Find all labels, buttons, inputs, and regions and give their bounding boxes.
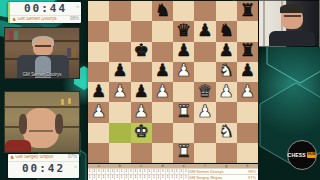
- square-b6[interactable]: [109, 42, 130, 62]
- strip-player-name: GM Sergey Shipov: [189, 175, 236, 180]
- square-g4[interactable]: ♟: [216, 82, 237, 102]
- white-pawn-g4[interactable]: ♟: [219, 83, 234, 100]
- square-h4[interactable]: ♟: [237, 82, 258, 102]
- square-b1[interactable]: [109, 143, 130, 163]
- square-f5[interactable]: [194, 62, 215, 82]
- square-h3[interactable]: [237, 102, 258, 122]
- square-b4[interactable]: ♟: [109, 82, 130, 102]
- white-pawn-a3[interactable]: ♟: [91, 103, 106, 120]
- square-g6[interactable]: ♟: [216, 42, 237, 62]
- glasses: [35, 45, 51, 47]
- square-a1[interactable]: [88, 143, 109, 163]
- square-c3[interactable]: ♟: [131, 102, 152, 122]
- square-b2[interactable]: [109, 123, 130, 143]
- knight-icon: ♞: [12, 17, 16, 22]
- file-label-c: c: [131, 164, 152, 168]
- clock-black-time: 00:44: [24, 2, 67, 15]
- square-b5[interactable]: ♟: [109, 62, 130, 82]
- square-d6[interactable]: [152, 42, 173, 62]
- trophy: [61, 99, 64, 105]
- white-rook-e1[interactable]: ♜: [176, 143, 191, 160]
- black-pawn-a4[interactable]: ♟: [91, 83, 106, 100]
- file-label-d: d: [152, 164, 173, 168]
- white-pawn-f3[interactable]: ♟: [197, 103, 212, 120]
- white-pawn-e5[interactable]: ♟: [176, 62, 191, 79]
- white-pawn-b4[interactable]: ♟: [112, 83, 127, 100]
- file-label-f: f: [194, 164, 215, 168]
- knight-icon: ♞: [10, 155, 14, 160]
- square-g1[interactable]: [216, 143, 237, 163]
- webcam-caption: GM Semen Dvoirys: [5, 72, 79, 77]
- square-f3[interactable]: ♟: [194, 102, 215, 122]
- square-g5[interactable]: ♞: [216, 62, 237, 82]
- stream-frame: 00:44 » ♞ GM Semen Dvoirys 98% GM Semen …: [0, 0, 320, 180]
- square-c4[interactable]: ♟: [131, 82, 152, 102]
- white-knight-g2[interactable]: ♞: [219, 123, 234, 140]
- black-pawn-h5[interactable]: ♟: [240, 62, 255, 79]
- black-king-c6[interactable]: ♚: [134, 42, 149, 59]
- channel-logo: CHESS HUB: [287, 140, 317, 170]
- clock-white-time: 00:42: [22, 162, 65, 175]
- white-pawn-c3[interactable]: ♟: [134, 103, 149, 120]
- square-f1[interactable]: [194, 143, 215, 163]
- square-d1[interactable]: [152, 143, 173, 163]
- file-label-b: b: [109, 164, 130, 168]
- chess-board[interactable]: ♞♜♛♟♞♚♟♟♜♟♟♟♞♟♟♟♟♟♛♟♟♟♟♜♟♚♞♜: [88, 1, 258, 163]
- webcam-commentator: [258, 0, 320, 47]
- strip-player-value: 97%: [236, 175, 258, 180]
- square-d8[interactable]: ♞: [152, 1, 173, 21]
- strip-player-name: GM Semen Dvoirys: [189, 169, 236, 174]
- square-h7[interactable]: [237, 21, 258, 41]
- square-c8[interactable]: [131, 1, 152, 21]
- sound-icon[interactable]: »: [76, 4, 79, 9]
- square-g3[interactable]: [216, 102, 237, 122]
- white-knight-g5[interactable]: ♞: [219, 62, 234, 79]
- torso: [269, 31, 315, 47]
- book: [72, 48, 76, 57]
- hair: [19, 114, 27, 134]
- square-b8[interactable]: [109, 1, 130, 21]
- square-f7[interactable]: ♟: [194, 21, 215, 41]
- square-e4[interactable]: [173, 82, 194, 102]
- square-d3[interactable]: [152, 102, 173, 122]
- square-f2[interactable]: [194, 123, 215, 143]
- square-a3[interactable]: ♟: [88, 102, 109, 122]
- square-g7[interactable]: ♞: [216, 21, 237, 41]
- webcam-black-player: GM Semen Dvoirys: [4, 27, 80, 79]
- sound-icon[interactable]: »: [74, 164, 77, 169]
- square-f8[interactable]: [194, 1, 215, 21]
- book: [9, 31, 13, 40]
- black-knight-g7[interactable]: ♞: [219, 22, 234, 39]
- logo-text: CHESS: [288, 152, 306, 158]
- window-frame: [263, 1, 265, 47]
- move-ticks: 1111111111111111111111: [88, 169, 189, 174]
- file-label-a: a: [88, 164, 109, 168]
- clock-black: 00:44 » ♞ GM Semen Dvoirys 98%: [8, 2, 81, 23]
- hair: [280, 4, 304, 13]
- webcam-white-player: [4, 91, 80, 153]
- black-queen-e7[interactable]: ♛: [176, 22, 191, 39]
- square-f6[interactable]: [194, 42, 215, 62]
- white-pawn-h4[interactable]: ♟: [240, 83, 255, 100]
- black-pawn-c4[interactable]: ♟: [134, 83, 149, 100]
- strip-row-white: 1111111111111111111111 GM Sergey Shipov …: [88, 174, 258, 180]
- book: [67, 48, 71, 57]
- square-c1[interactable]: [131, 143, 152, 163]
- square-e2[interactable]: [173, 123, 194, 143]
- black-pawn-e6[interactable]: ♟: [176, 42, 191, 59]
- square-a4[interactable]: ♟: [88, 82, 109, 102]
- square-f4[interactable]: ♛: [194, 82, 215, 102]
- black-pawn-b5[interactable]: ♟: [112, 62, 127, 79]
- black-pawn-d5[interactable]: ♟: [155, 62, 170, 79]
- white-queen-f4[interactable]: ♛: [197, 83, 212, 100]
- square-a6[interactable]: [88, 42, 109, 62]
- square-h6[interactable]: ♜: [237, 42, 258, 62]
- clock-white-meta: 97%: [68, 155, 77, 160]
- clock-black-player: GM Semen Dvoirys: [17, 17, 68, 22]
- clock-black-meta: 98%: [70, 17, 79, 22]
- square-h1[interactable]: [237, 143, 258, 163]
- square-h8[interactable]: ♜: [237, 1, 258, 21]
- square-b7[interactable]: [109, 21, 130, 41]
- square-c2[interactable]: ♚: [131, 123, 152, 143]
- strip-player-value: 98%: [236, 169, 258, 174]
- square-a7[interactable]: [88, 21, 109, 41]
- file-label-h: h: [237, 164, 258, 168]
- white-pawn-d4[interactable]: ♟: [155, 83, 170, 100]
- square-d7[interactable]: [152, 21, 173, 41]
- square-g2[interactable]: ♞: [216, 123, 237, 143]
- square-e7[interactable]: ♛: [173, 21, 194, 41]
- glasses: [284, 15, 301, 17]
- square-h5[interactable]: ♟: [237, 62, 258, 82]
- square-g8[interactable]: [216, 1, 237, 21]
- square-e3[interactable]: ♜: [173, 102, 194, 122]
- white-king-c2[interactable]: ♚: [134, 123, 149, 140]
- red-jacket: [5, 140, 31, 153]
- file-labels: abcdefgh: [88, 164, 258, 168]
- clock-white: ♞ GM Sergey Shipov 97% 00:42 »: [8, 154, 79, 178]
- square-e5[interactable]: ♟: [173, 62, 194, 82]
- square-a8[interactable]: [88, 1, 109, 21]
- clock-white-player: GM Sergey Shipov: [15, 155, 66, 160]
- square-h2[interactable]: [237, 123, 258, 143]
- logo-badge: HUB: [307, 152, 317, 158]
- file-label-g: g: [216, 164, 237, 168]
- hair: [55, 114, 63, 134]
- square-d4[interactable]: ♟: [152, 82, 173, 102]
- square-c6[interactable]: ♚: [131, 42, 152, 62]
- black-pawn-f7[interactable]: ♟: [197, 22, 212, 39]
- square-e6[interactable]: ♟: [173, 42, 194, 62]
- move-ticks: 1111111111111111111111: [88, 175, 189, 180]
- square-a2[interactable]: [88, 123, 109, 143]
- trophy: [68, 98, 71, 104]
- eyebrows: [29, 130, 53, 132]
- black-rook-h6[interactable]: ♜: [240, 42, 255, 59]
- book: [14, 31, 18, 40]
- square-d5[interactable]: ♟: [152, 62, 173, 82]
- black-knight-d8[interactable]: ♞: [155, 2, 170, 19]
- move-strip: abcdefgh 1111111111111111111111 GM Semen…: [88, 164, 258, 180]
- square-c7[interactable]: [131, 21, 152, 41]
- file-label-e: e: [173, 164, 194, 168]
- square-b3[interactable]: [109, 102, 130, 122]
- square-c5[interactable]: [131, 62, 152, 82]
- white-rook-e3[interactable]: ♜: [176, 103, 191, 120]
- face: [33, 38, 53, 56]
- square-e1[interactable]: ♜: [173, 143, 194, 163]
- square-d2[interactable]: [152, 123, 173, 143]
- black-pawn-g6[interactable]: ♟: [219, 42, 234, 59]
- square-a5[interactable]: [88, 62, 109, 82]
- black-rook-h8[interactable]: ♜: [240, 2, 255, 19]
- strip-row-black: 1111111111111111111111 GM Semen Dvoirys …: [88, 168, 258, 174]
- square-e8[interactable]: [173, 1, 194, 21]
